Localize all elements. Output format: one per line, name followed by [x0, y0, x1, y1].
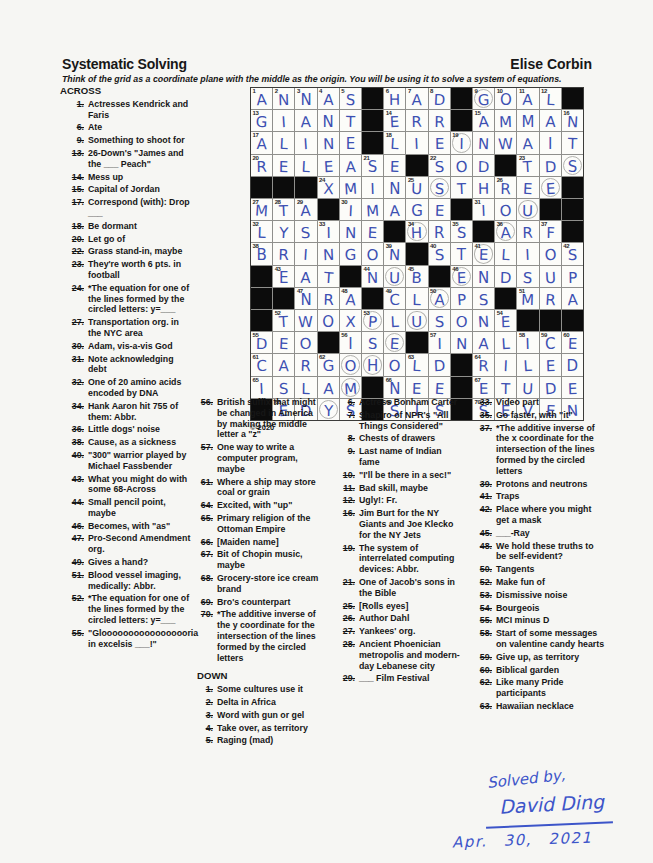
handwritten-letter: N — [384, 246, 406, 265]
handwritten-letter: X — [317, 179, 339, 198]
clue-text: Note acknowledging debt — [88, 354, 194, 376]
handwritten-letter: E — [428, 202, 450, 221]
handwritten-letter: T — [562, 135, 584, 154]
grid-cell: 40S — [429, 243, 450, 264]
grid-cell: 47N — [295, 288, 316, 309]
clue-item: 4.Take over, as territory — [197, 723, 323, 734]
clue-text: Traps — [496, 491, 606, 502]
handwritten-letter: E — [473, 246, 495, 265]
grid-cell: 63L — [406, 354, 427, 375]
black-cell — [295, 177, 316, 198]
clue-item: 20.Let go of — [60, 234, 194, 245]
clue-number: 39. — [476, 479, 496, 490]
clue-number: 64. — [197, 500, 217, 511]
grid-cell: 29A — [295, 199, 316, 220]
handwritten-letter: U — [517, 202, 538, 221]
handwritten-letter: E — [517, 179, 539, 198]
handwritten-letter: E — [406, 379, 428, 398]
clue-item: 1.Some cultures use it — [197, 684, 323, 695]
clue-item: 49.Gives a hand? — [60, 557, 194, 568]
clue-item: 7.Shapiro of NPR's "All Things Considere… — [339, 410, 463, 432]
grid-cell: M — [362, 199, 383, 220]
handwritten-letter: N — [473, 269, 494, 287]
clue-number: 53. — [476, 590, 496, 601]
handwritten-letter: I — [340, 335, 361, 353]
handwritten-letter: I — [540, 135, 561, 153]
clue-item: 56.British suffix that might be changed … — [197, 397, 323, 440]
black-cell — [384, 221, 405, 242]
clue-number: 38. — [60, 437, 88, 448]
clue-text: Something to shoot for — [88, 135, 194, 146]
handwritten-letter: R — [406, 113, 427, 132]
clue-item: 8.Chests of drawers — [339, 433, 463, 444]
grid-cell: E — [429, 132, 450, 153]
black-cell — [362, 88, 383, 109]
grid-cell: 44N — [362, 266, 383, 287]
grid-cell: E — [540, 354, 561, 375]
clue-text: Make fun of — [496, 577, 606, 588]
grid-cell: S — [429, 310, 450, 331]
grid-cell: A — [562, 288, 583, 309]
clue-number: 55. — [476, 615, 496, 626]
clue-text: Grocery-store ice cream brand — [217, 573, 323, 595]
handwritten-letter: A — [539, 113, 561, 132]
handwritten-letter: N — [295, 91, 316, 109]
handwritten-letter: S — [362, 158, 383, 176]
grid-cell: D — [540, 377, 561, 398]
clues-column-4: 33.Video part35.Go faster, with "it"37.*… — [476, 397, 606, 714]
grid-cell: O — [495, 199, 516, 220]
handwritten-letter: R — [295, 357, 317, 376]
handwritten-letter: I — [517, 246, 539, 265]
clue-text: Let go of — [88, 234, 194, 245]
clue-text: Blood vessel imaging, medically: Abbr. — [88, 570, 194, 592]
clue-item: 39.Protons and neutrons — [476, 479, 606, 490]
handwritten-letter: A — [561, 290, 583, 309]
clue-number: 37. — [476, 423, 496, 477]
grid-cell: A — [517, 132, 538, 153]
handwritten-letter: F — [539, 224, 560, 243]
clue-item: 62.Like many Pride participants — [476, 677, 606, 699]
clue-item: 16.Jim Burt for the NY Giants and Joe Kl… — [339, 508, 463, 540]
clue-item: 18.Be dormant — [60, 221, 194, 232]
black-cell — [562, 177, 583, 198]
clue-item: 15.Capital of Jordan — [60, 184, 194, 195]
grid-cell: O — [318, 310, 339, 331]
clue-text: "300" warrior played by Michael Fassbend… — [88, 450, 194, 472]
handwritten-letter: E — [451, 268, 473, 287]
grid-cell: 10O — [495, 88, 516, 109]
handwritten-solver-name: David Ding — [498, 790, 604, 817]
grid-cell: U — [517, 377, 538, 398]
clue-number: 25. — [339, 601, 359, 612]
handwritten-letter: A — [317, 379, 339, 398]
grid-cell: W — [295, 310, 316, 331]
grid-cell: E — [384, 155, 405, 176]
handwritten-letter: S — [428, 179, 450, 198]
clue-item: 13.26-Down's "James and the ___ Peach" — [60, 148, 194, 170]
clue-text: Mess up — [88, 172, 194, 183]
down-clue-list-continued: 6.Actress Bonham Carter7.Shapiro of NPR'… — [339, 397, 463, 684]
clue-item: 12.Ugly!: Fr. — [339, 495, 463, 506]
clue-number: 49. — [60, 557, 88, 568]
scanned-crossword-page: Systematic Solving Elise Corbin Think of… — [0, 0, 653, 863]
clue-number: 15. — [60, 184, 88, 195]
grid-cell: 56I — [340, 332, 361, 353]
clue-number: 52. — [60, 593, 88, 625]
clue-item: 10."I'll be there in a sec!" — [339, 470, 463, 481]
grid-cell: U — [540, 266, 561, 287]
clue-text: 26-Down's "James and the ___ Peach" — [88, 148, 194, 170]
handwritten-letter: T — [273, 312, 295, 331]
handwritten-letter: E — [539, 357, 561, 376]
grid-cell: 49C — [384, 288, 405, 309]
grid-cell: 3N — [295, 88, 316, 109]
grid-cell: M — [340, 177, 361, 198]
handwritten-letter: C — [540, 335, 561, 353]
clue-text: Adam, vis-a-vis God — [88, 341, 194, 352]
clue-number: 20. — [60, 234, 88, 245]
handwritten-letter: E — [273, 269, 294, 287]
grid-cell: 53P — [362, 310, 383, 331]
clue-item: 19.The system of interrelated computing … — [339, 543, 463, 575]
grid-cell: T — [451, 243, 472, 264]
handwritten-letter: S — [273, 379, 294, 398]
black-cell — [562, 88, 583, 109]
black-cell — [340, 266, 361, 287]
handwritten-letter: S — [428, 246, 450, 265]
grid-cell: N — [318, 110, 339, 131]
clue-item: 21.One of Jacob's sons in the Bible — [339, 577, 463, 599]
clue-text: Capital of Jordan — [88, 184, 194, 195]
handwritten-letter: I — [517, 335, 539, 354]
clue-item: 42.Place where you might get a mask — [476, 504, 606, 526]
handwritten-letter: A — [251, 135, 272, 154]
clue-number: 4. — [197, 723, 217, 734]
grid-cell: 17A — [251, 132, 272, 153]
clue-item: 69.Bro's counterpart — [197, 597, 323, 608]
clue-number: 2. — [197, 697, 217, 708]
handwritten-letter: C — [384, 291, 405, 310]
handwritten-letter: N — [340, 224, 361, 243]
clue-text: [Rolls eyes] — [359, 601, 463, 612]
clue-item: 53.Dismissive noise — [476, 590, 606, 601]
grid-cell: 35S — [451, 221, 472, 242]
grid-cell: A — [384, 199, 405, 220]
handwritten-letter: U — [384, 268, 405, 287]
handwritten-letter: E — [384, 113, 406, 132]
clue-number: 33. — [476, 397, 496, 408]
handwritten-letter: D — [473, 157, 494, 176]
clue-text: Little dogs' noise — [88, 424, 194, 435]
clue-item: 11.Bad skill, maybe — [339, 483, 463, 494]
handwritten-letter: M — [517, 113, 538, 131]
handwritten-letter: W — [295, 313, 317, 332]
clue-number: 68. — [197, 573, 217, 595]
clue-item: 47.Pro-Second Amendment org. — [60, 533, 194, 555]
handwritten-letter: E — [273, 335, 295, 354]
black-cell — [273, 177, 294, 198]
handwritten-letter: O — [362, 246, 383, 265]
clue-text: "Glooooooooooooooooria in excelsis ___!" — [88, 628, 198, 650]
handwritten-letter: I — [362, 179, 384, 198]
grid-cell: E — [540, 177, 561, 198]
handwritten-letter: E — [273, 157, 294, 176]
clue-text: *The additive inverse of the y coordinat… — [217, 609, 323, 663]
handwritten-letter: U — [406, 313, 427, 332]
grid-cell: I — [273, 110, 294, 131]
grid-cell: 1A — [251, 88, 272, 109]
clue-text: Take over, as territory — [217, 723, 323, 734]
handwritten-letter: R — [495, 180, 516, 199]
clue-number: 44. — [60, 497, 88, 519]
handwritten-letter: I — [251, 379, 273, 398]
clue-number: 57. — [197, 442, 217, 474]
handwritten-letter: N — [472, 312, 494, 331]
clue-text: Bad skill, maybe — [359, 483, 463, 494]
black-cell — [540, 310, 561, 331]
handwritten-letter: E — [384, 335, 406, 354]
grid-cell: 28T — [273, 199, 294, 220]
grid-cell: N — [473, 266, 494, 287]
page-author: Elise Corbin — [510, 56, 592, 72]
grid-cell: R — [318, 288, 339, 309]
handwritten-letter: I — [451, 135, 472, 154]
clue-text: Raging (mad) — [217, 735, 323, 746]
grid-cell: 62G — [318, 354, 339, 375]
grid-cell: E — [406, 377, 427, 398]
grid-cell: R — [517, 221, 538, 242]
clue-item: 9.Something to shoot for — [60, 135, 194, 146]
handwritten-letter: I — [317, 224, 338, 243]
black-cell — [517, 310, 538, 331]
grid-cell: 33I — [318, 221, 339, 242]
instructions-text: Think of the grid as a coordinate plane … — [62, 74, 602, 84]
clue-text: Pro-Second Amendment org. — [88, 533, 194, 555]
grid-cell: E — [340, 132, 361, 153]
handwritten-letter: O — [495, 202, 516, 221]
clue-item: 60.Biblical garden — [476, 665, 606, 676]
grid-cell: E — [273, 332, 294, 353]
clue-number: 51. — [60, 570, 88, 592]
grid-cell: 24X — [318, 177, 339, 198]
handwritten-letter: L — [273, 135, 295, 154]
grid-cell: I — [517, 243, 538, 264]
clue-text: Actresses Kendrick and Faris — [88, 99, 194, 121]
handwritten-letter: A — [495, 224, 517, 243]
clue-number: 13. — [60, 148, 88, 170]
grid-cell: T — [495, 377, 516, 398]
handwritten-letter: A — [340, 157, 362, 176]
grid-cell: 11A — [517, 88, 538, 109]
clue-number: 19. — [339, 543, 359, 575]
handwritten-letter: L — [384, 135, 406, 154]
clue-number: 12. — [339, 495, 359, 506]
handwritten-date: Apr. 30, 2021 — [452, 829, 593, 852]
grid-cell: 2N — [273, 88, 294, 109]
handwritten-letter: A — [295, 202, 316, 221]
grid-cell: R — [429, 110, 450, 131]
grid-cell: I — [406, 132, 427, 153]
handwritten-letter: L — [517, 357, 539, 376]
black-cell — [540, 199, 561, 220]
clue-text: Word with gun or gel — [217, 710, 323, 721]
grid-cell: 54E — [495, 310, 516, 331]
clue-number: 61. — [197, 477, 217, 499]
handwritten-letter: O — [340, 357, 362, 376]
handwritten-letter: A — [517, 135, 539, 154]
grid-cell: 25U — [406, 177, 427, 198]
handwritten-letter: E — [562, 335, 584, 354]
clue-number: 60. — [476, 665, 496, 676]
clue-number: 58. — [476, 628, 496, 650]
grid-cell: 60E — [562, 332, 583, 353]
grid-cell: G — [340, 243, 361, 264]
handwritten-letter: A — [295, 113, 317, 132]
grid-cell: 15A — [473, 110, 494, 131]
grid-cell: E — [429, 377, 450, 398]
grid-cell: A — [273, 354, 294, 375]
clue-number: 62. — [476, 677, 496, 699]
grid-cell: O — [362, 243, 383, 264]
grid-cell: L — [495, 332, 516, 353]
handwritten-letter: N — [384, 180, 405, 198]
handwritten-letter: T — [317, 268, 339, 287]
clue-number: 45. — [476, 528, 496, 539]
clue-text: Where a ship may store coal or grain — [217, 477, 323, 499]
grid-cell: L — [517, 354, 538, 375]
grid-cell: 66N — [384, 377, 405, 398]
grid-cell: 61C — [251, 354, 272, 375]
grid-cell: E — [273, 155, 294, 176]
grid-cell: T — [340, 110, 361, 131]
handwritten-letter: R — [473, 357, 494, 376]
handwritten-letter: T — [340, 113, 362, 132]
grid-cell: A — [318, 377, 339, 398]
clue-text: Be dormant — [88, 221, 194, 232]
grid-cell: A — [540, 110, 561, 131]
handwritten-letter: A — [428, 290, 450, 309]
clue-text: Yankees' org. — [359, 626, 463, 637]
grid-cell: O — [451, 155, 472, 176]
crossword-grid: 1A2N3N4A5S6H7A8D9G10O11A12L13GIANT14ERR1… — [250, 87, 584, 421]
handwritten-letter: M — [517, 290, 539, 309]
grid-cell: 8D — [429, 88, 450, 109]
clue-text: One of Jacob's sons in the Bible — [359, 577, 463, 599]
handwritten-letter: S — [428, 157, 450, 176]
black-cell — [318, 199, 339, 220]
clue-item: 66.[Maiden name] — [197, 537, 323, 548]
handwritten-letter: A — [384, 202, 406, 221]
clue-number: 26. — [339, 613, 359, 624]
clue-text: Biblical garden — [496, 665, 606, 676]
clue-number: 14. — [60, 172, 88, 183]
clue-item: 17.Correspond (with): Drop ___ — [60, 197, 194, 219]
clue-number: 10. — [339, 470, 359, 481]
handwritten-letter: I — [428, 335, 449, 354]
clue-item: 36.Little dogs' noise — [60, 424, 194, 435]
clue-item: 2.Delta in Africa — [197, 697, 323, 708]
grid-cell: E — [362, 221, 383, 242]
grid-cell: R — [295, 354, 316, 375]
grid-cell: M — [495, 110, 516, 131]
clue-text: Delta in Africa — [217, 697, 323, 708]
clue-number: 34. — [60, 401, 88, 423]
down-clue-list: 1.Some cultures use it2.Delta in Africa3… — [197, 684, 323, 746]
grid-cell: A — [340, 155, 361, 176]
clue-text: Excited, with "up" — [217, 500, 323, 511]
handwritten-letter: L — [295, 379, 316, 398]
handwritten-letter: S — [517, 268, 539, 287]
clue-number: 56. — [197, 397, 217, 440]
clue-item: 34.Hank Aaron hit 755 of them: Abbr. — [60, 401, 194, 423]
black-cell — [495, 288, 516, 309]
clue-number: 46. — [60, 521, 88, 532]
handwritten-letter: L — [295, 157, 317, 176]
grid-cell: N — [318, 243, 339, 264]
handwritten-letter: O — [451, 157, 472, 176]
clue-item: 38.Cause, as a sickness — [60, 437, 194, 448]
clue-item: 3.Word with gun or gel — [197, 710, 323, 721]
black-cell — [495, 155, 516, 176]
clue-text: They're worth 6 pts. in football — [88, 259, 194, 281]
grid-cell: P — [451, 288, 472, 309]
black-cell — [362, 110, 383, 131]
black-cell — [251, 266, 272, 287]
grid-cell: 50A — [429, 288, 450, 309]
handwritten-letter: L — [406, 291, 427, 310]
clue-number: 5. — [197, 735, 217, 746]
grid-cell: 34H — [406, 221, 427, 242]
handwritten-letter: O — [495, 91, 516, 109]
grid-cell: L — [273, 132, 294, 153]
clue-text: Bourgeois — [496, 603, 606, 614]
clue-text: [Maiden name] — [217, 537, 323, 548]
handwritten-letter: L — [495, 246, 517, 265]
handwritten-letter: T — [450, 179, 472, 198]
grid-cell: S — [562, 155, 583, 176]
black-cell — [362, 132, 383, 153]
grid-cell: D — [429, 354, 450, 375]
clue-text: Protons and neutrons — [496, 479, 606, 490]
clue-number: 67. — [197, 549, 217, 571]
clue-text: Bro's counterpart — [217, 597, 323, 608]
handwritten-letter: O — [318, 313, 339, 331]
clue-item: 59.Give up, as territory — [476, 652, 606, 663]
grid-cell: R — [273, 243, 294, 264]
across-clues-column: ACROSS 1.Actresses Kendrick and Faris6.A… — [60, 86, 194, 651]
grid-cell: O — [540, 243, 561, 264]
handwritten-letter: S — [339, 90, 361, 109]
clue-text: Cause, as a sickness — [88, 437, 194, 448]
handwritten-letter: I — [273, 113, 295, 132]
grid-cell: R — [429, 221, 450, 242]
grid-cell: R — [406, 110, 427, 131]
handwritten-letter: E — [340, 135, 361, 153]
grid-cell: W — [495, 132, 516, 153]
handwritten-letter: U — [406, 179, 428, 198]
grid-cell: 57I — [429, 332, 450, 353]
handwritten-letter: S — [362, 335, 384, 354]
handwritten-solved-by: Solved by, — [486, 766, 566, 792]
clue-text: Primary religion of the Ottoman Empire — [217, 513, 323, 535]
grid-cell: 12L — [540, 88, 561, 109]
clue-item: 48.We hold these truths to be self-evide… — [476, 541, 606, 563]
grid-cell: A — [295, 110, 316, 131]
clues-column-2: 56.British suffix that might be changed … — [197, 397, 323, 748]
grid-cell: 67E — [473, 377, 494, 398]
grid-cell: 21S — [362, 155, 383, 176]
